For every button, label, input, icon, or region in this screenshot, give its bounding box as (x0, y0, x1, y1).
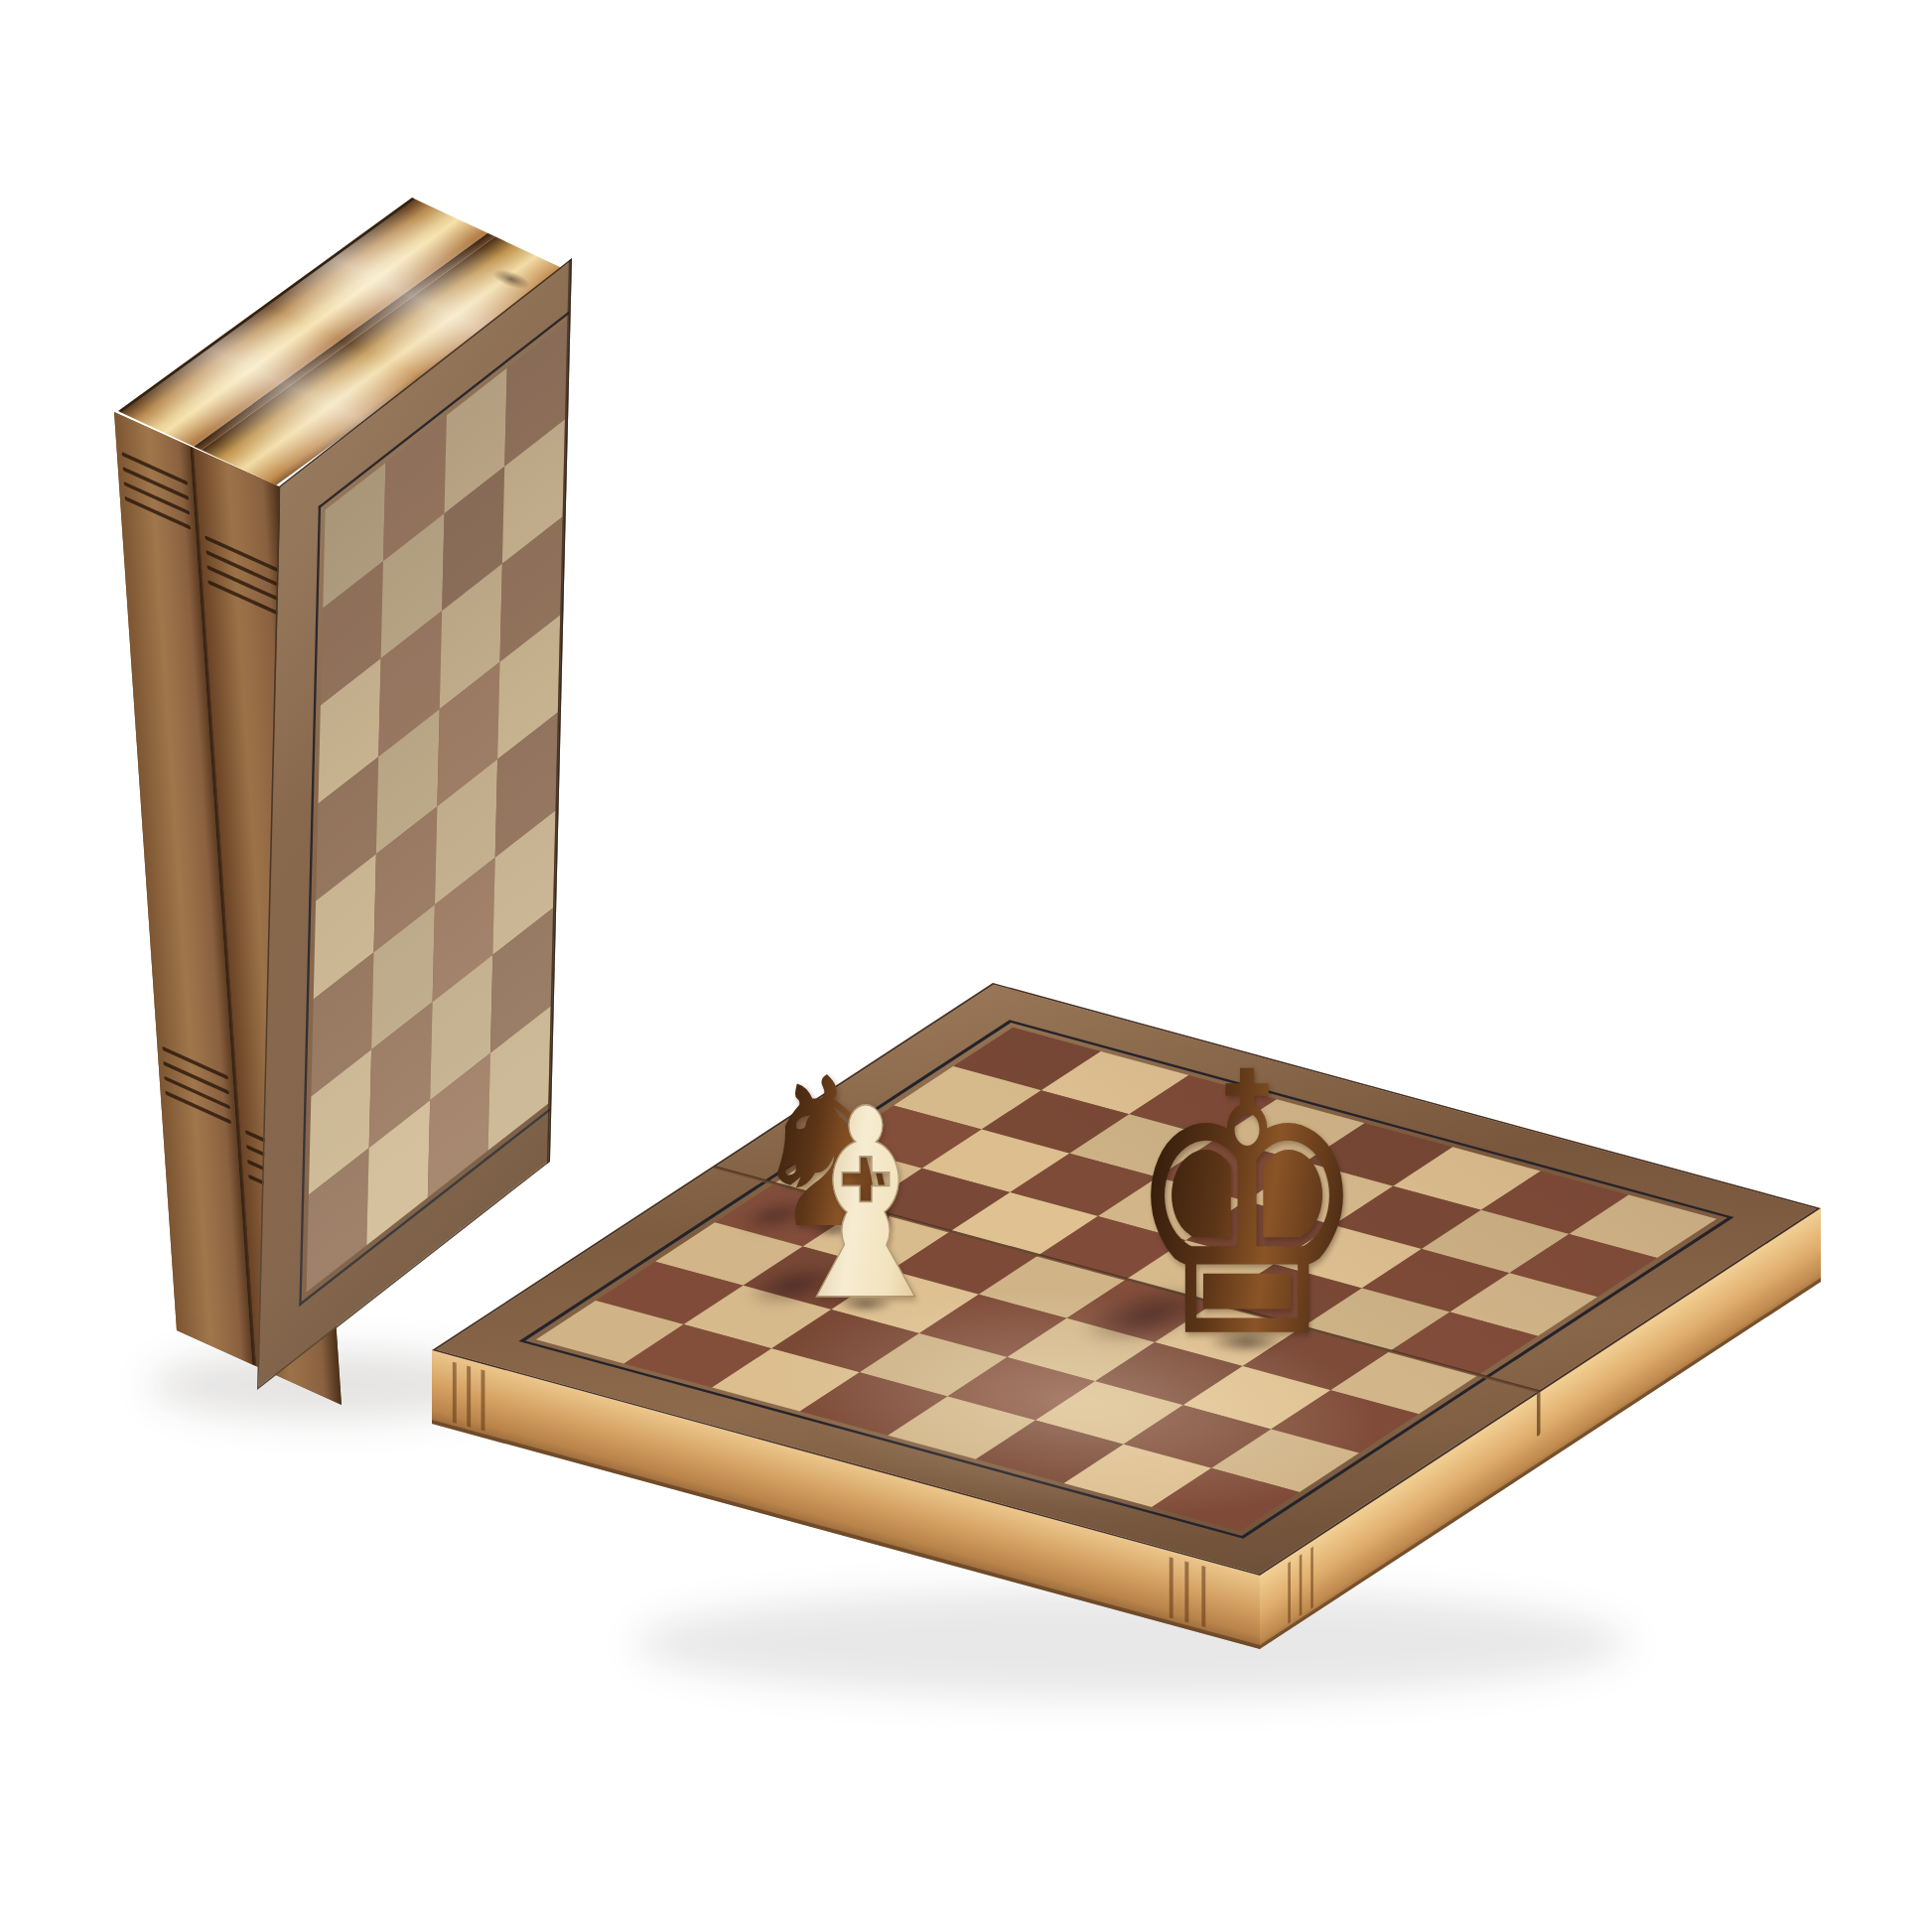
edge-groove (467, 1365, 471, 1427)
black-king-piece[interactable]: ♚ (1124, 1027, 1370, 1388)
edge-groove (481, 1369, 484, 1431)
fold-notch (1537, 1392, 1541, 1437)
edge-groove (1185, 1561, 1189, 1622)
edge-groove (1202, 1566, 1206, 1627)
product-photo-chess-set: ♞♚♝ (0, 0, 1932, 1932)
edge-groove (1288, 1562, 1291, 1623)
white-bishop-piece[interactable]: ♝ (772, 1075, 960, 1337)
edge-groove (1311, 1547, 1313, 1608)
edge-groove (1300, 1554, 1303, 1615)
edge-groove (1169, 1557, 1173, 1618)
edge-groove (453, 1362, 457, 1424)
spine-binding-groove (124, 496, 191, 530)
spine-binding-groove (165, 1090, 231, 1124)
